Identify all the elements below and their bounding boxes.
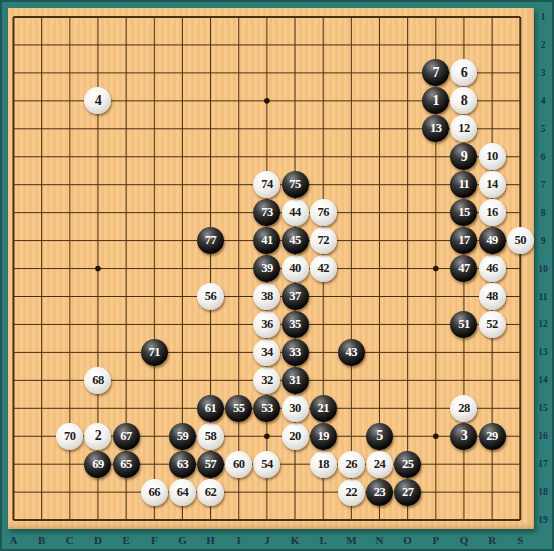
column-label-A: A [4, 533, 24, 547]
move-number: 35 [289, 316, 301, 331]
move-number: 41 [261, 233, 273, 248]
row-label-11: 11 [533, 291, 553, 303]
stone-black-move-35: 35 [282, 311, 309, 338]
move-number: 6 [461, 64, 468, 80]
column-label-B: B [32, 533, 52, 547]
move-number: 13 [430, 121, 442, 136]
move-number: 30 [289, 400, 301, 415]
column-label-E: E [116, 533, 136, 547]
move-number: 2 [95, 428, 102, 444]
stone-white-move-58: 58 [197, 423, 224, 450]
move-number: 66 [149, 484, 161, 499]
stone-black-move-61: 61 [197, 395, 224, 422]
column-label-M: M [341, 533, 361, 547]
stone-black-move-21: 21 [310, 395, 337, 422]
move-number: 28 [458, 400, 470, 415]
move-number: 5 [376, 428, 383, 444]
move-number: 25 [402, 456, 414, 471]
move-number: 46 [486, 261, 498, 276]
row-label-3: 3 [533, 67, 553, 79]
row-label-7: 7 [533, 179, 553, 191]
move-number: 34 [261, 344, 273, 359]
stone-black-move-33: 33 [282, 339, 309, 366]
stone-white-move-70: 70 [56, 423, 83, 450]
move-number: 47 [458, 261, 470, 276]
stone-white-move-18: 18 [310, 451, 337, 478]
stone-black-move-25: 25 [394, 451, 421, 478]
stone-white-move-50: 50 [507, 227, 534, 254]
column-label-K: K [285, 533, 305, 547]
column-label-L: L [313, 533, 333, 547]
row-label-6: 6 [533, 151, 553, 163]
stone-black-move-57: 57 [197, 451, 224, 478]
move-number: 55 [233, 400, 245, 415]
move-number: 76 [317, 205, 329, 220]
stone-black-move-63: 63 [169, 451, 196, 478]
move-number: 71 [149, 344, 161, 359]
stone-black-move-29: 29 [479, 423, 506, 450]
column-label-G: G [172, 533, 192, 547]
move-number: 27 [402, 484, 414, 499]
move-number: 45 [289, 233, 301, 248]
move-number: 42 [317, 261, 329, 276]
column-label-P: P [426, 533, 446, 547]
stone-white-move-64: 64 [169, 479, 196, 506]
row-label-12: 12 [533, 318, 553, 330]
move-number: 32 [261, 372, 273, 387]
column-label-J: J [257, 533, 277, 547]
stone-white-move-14: 14 [479, 171, 506, 198]
stone-white-move-48: 48 [479, 283, 506, 310]
move-number: 57 [205, 456, 217, 471]
move-number: 44 [289, 205, 301, 220]
stone-black-move-43: 43 [338, 339, 365, 366]
stone-black-move-37: 37 [282, 283, 309, 310]
move-number: 43 [346, 344, 358, 359]
stone-white-move-22: 22 [338, 479, 365, 506]
row-label-18: 18 [533, 486, 553, 498]
column-label-D: D [88, 533, 108, 547]
move-number: 4 [95, 92, 102, 108]
move-number: 1 [433, 92, 440, 108]
column-label-N: N [370, 533, 390, 547]
column-label-F: F [144, 533, 164, 547]
stone-black-move-5: 5 [366, 423, 393, 450]
stone-white-move-42: 42 [310, 255, 337, 282]
move-number: 67 [120, 428, 132, 443]
move-number: 54 [261, 456, 273, 471]
stone-black-move-45: 45 [282, 227, 309, 254]
stone-black-move-3: 3 [450, 423, 477, 450]
stone-white-move-72: 72 [310, 227, 337, 254]
move-number: 15 [458, 205, 470, 220]
move-number: 75 [289, 177, 301, 192]
row-label-8: 8 [533, 207, 553, 219]
move-number: 26 [346, 456, 358, 471]
stone-white-move-62: 62 [197, 479, 224, 506]
row-label-17: 17 [533, 458, 553, 470]
stone-black-move-55: 55 [225, 395, 252, 422]
move-number: 49 [486, 233, 498, 248]
row-label-16: 16 [533, 430, 553, 442]
move-number: 18 [317, 456, 329, 471]
row-label-2: 2 [533, 39, 553, 51]
move-number: 12 [458, 121, 470, 136]
stone-white-move-46: 46 [479, 255, 506, 282]
stone-black-move-23: 23 [366, 479, 393, 506]
move-number: 59 [177, 428, 189, 443]
move-number: 3 [461, 428, 468, 444]
move-number: 14 [486, 177, 498, 192]
move-number: 16 [486, 205, 498, 220]
row-label-10: 10 [533, 263, 553, 275]
star-point [433, 266, 439, 272]
move-number: 69 [92, 456, 104, 471]
move-number: 36 [261, 316, 273, 331]
stone-white-move-52: 52 [479, 311, 506, 338]
move-number: 33 [289, 344, 301, 359]
move-number: 62 [205, 484, 217, 499]
stone-black-move-71: 71 [141, 339, 168, 366]
move-number: 17 [458, 233, 470, 248]
stone-white-move-56: 56 [197, 283, 224, 310]
row-label-13: 13 [533, 346, 553, 358]
stone-white-move-54: 54 [253, 451, 280, 478]
stone-white-move-44: 44 [282, 199, 309, 226]
move-number: 77 [205, 233, 217, 248]
stone-white-move-40: 40 [282, 255, 309, 282]
move-number: 8 [461, 92, 468, 108]
row-label-14: 14 [533, 374, 553, 386]
move-number: 61 [205, 400, 217, 415]
move-number: 22 [346, 484, 358, 499]
move-number: 37 [289, 289, 301, 304]
move-number: 72 [317, 233, 329, 248]
row-label-4: 4 [533, 95, 553, 107]
move-number: 21 [317, 400, 329, 415]
move-number: 74 [261, 177, 273, 192]
move-number: 51 [458, 316, 470, 331]
move-number: 11 [459, 177, 470, 192]
stone-white-move-30: 30 [282, 395, 309, 422]
move-number: 48 [486, 289, 498, 304]
move-number: 7 [433, 64, 440, 80]
column-label-I: I [229, 533, 249, 547]
stone-white-move-66: 66 [141, 479, 168, 506]
stone-white-move-26: 26 [338, 451, 365, 478]
move-number: 52 [486, 316, 498, 331]
column-label-C: C [60, 533, 80, 547]
stone-black-move-53: 53 [253, 395, 280, 422]
move-number: 40 [289, 261, 301, 276]
move-number: 9 [461, 148, 468, 164]
move-number: 63 [177, 456, 189, 471]
go-diagram: 1234567891011121314151617181920212223242… [0, 0, 554, 551]
move-number: 64 [177, 484, 189, 499]
move-number: 29 [486, 428, 498, 443]
stone-white-move-20: 20 [282, 423, 309, 450]
stone-black-move-65: 65 [113, 451, 140, 478]
stone-black-move-67: 67 [113, 423, 140, 450]
move-number: 39 [261, 261, 273, 276]
move-number: 60 [233, 456, 245, 471]
stone-black-move-59: 59 [169, 423, 196, 450]
move-number: 31 [289, 372, 301, 387]
column-label-S: S [510, 533, 530, 547]
star-point [95, 266, 101, 272]
move-number: 53 [261, 400, 273, 415]
move-number: 65 [120, 456, 132, 471]
stone-black-move-19: 19 [310, 423, 337, 450]
stone-black-move-31: 31 [282, 367, 309, 394]
move-number: 38 [261, 289, 273, 304]
stone-white-move-10: 10 [479, 143, 506, 170]
move-number: 56 [205, 289, 217, 304]
row-label-1: 1 [533, 11, 553, 23]
move-number: 24 [374, 456, 386, 471]
move-number: 70 [64, 428, 76, 443]
move-number: 19 [317, 428, 329, 443]
star-point [264, 433, 270, 439]
column-label-Q: Q [454, 533, 474, 547]
column-label-O: O [398, 533, 418, 547]
stone-black-move-77: 77 [197, 227, 224, 254]
move-number: 20 [289, 428, 301, 443]
move-number: 50 [515, 233, 527, 248]
stone-black-move-75: 75 [282, 171, 309, 198]
row-label-9: 9 [533, 235, 553, 247]
stone-white-move-16: 16 [479, 199, 506, 226]
move-number: 23 [374, 484, 386, 499]
stone-black-move-69: 69 [84, 451, 111, 478]
move-number: 58 [205, 428, 217, 443]
move-number: 73 [261, 205, 273, 220]
row-label-19: 19 [533, 514, 553, 526]
stone-white-move-24: 24 [366, 451, 393, 478]
stone-white-move-2: 2 [84, 423, 111, 450]
move-number: 68 [92, 372, 104, 387]
row-label-5: 5 [533, 123, 553, 135]
stone-white-move-76: 76 [310, 199, 337, 226]
stone-black-move-27: 27 [394, 479, 421, 506]
star-point [264, 98, 270, 104]
column-label-R: R [482, 533, 502, 547]
move-number: 10 [486, 149, 498, 164]
stone-black-move-49: 49 [479, 227, 506, 254]
stone-white-move-60: 60 [225, 451, 252, 478]
column-label-H: H [201, 533, 221, 547]
star-point [433, 433, 439, 439]
row-label-15: 15 [533, 402, 553, 414]
